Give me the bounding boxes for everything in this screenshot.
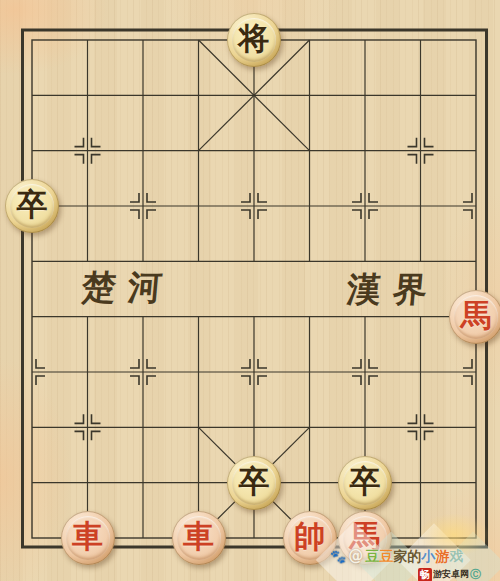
site-logo-badge: 畅	[418, 568, 432, 581]
watermark-row-2: 畅 游安卓网 Ⓒ	[418, 567, 498, 581]
piece-face: 将	[232, 18, 276, 62]
watermark-character: 小	[421, 548, 435, 564]
piece-face: 帥	[288, 516, 332, 560]
piece-character: 帥	[294, 521, 325, 552]
copyright-icon: Ⓒ	[470, 567, 481, 581]
watermark-colorful-text: 豆豆家的小游戏	[365, 546, 463, 566]
watermark-character: 的	[407, 548, 421, 564]
piece-black-soldier[interactable]: 卒	[227, 456, 281, 510]
watermark-row-1: 🐾 @ 豆豆家的小游戏	[330, 546, 498, 566]
piece-character: 馬	[461, 300, 492, 331]
piece-red-general[interactable]: 帥	[283, 511, 337, 565]
xiangqi-board-scene: 楚河 漢界 将卒馬卒卒車車帥馬 🐾 @ 豆豆家的小游戏 畅 游安卓网 Ⓒ	[0, 0, 500, 581]
piece-character: 卒	[350, 466, 381, 497]
piece-red-chariot[interactable]: 車	[172, 511, 226, 565]
piece-red-chariot[interactable]: 車	[61, 511, 115, 565]
piece-red-horse[interactable]: 馬	[449, 290, 500, 344]
watermark-character: 戏	[449, 548, 463, 564]
watermark: 🐾 @ 豆豆家的小游戏 畅 游安卓网 Ⓒ	[330, 546, 498, 581]
piece-black-soldier[interactable]: 卒	[338, 456, 392, 510]
piece-character: 車	[72, 521, 103, 552]
piece-face: 卒	[232, 461, 276, 505]
piece-face: 卒	[10, 184, 54, 228]
watermark-character: 豆	[365, 548, 379, 564]
piece-black-general[interactable]: 将	[227, 13, 281, 67]
piece-character: 卒	[17, 189, 48, 220]
piece-face: 車	[66, 516, 110, 560]
piece-character: 卒	[239, 466, 270, 497]
paw-icon: 🐾	[330, 549, 346, 564]
pieces-layer: 将卒馬卒卒車車帥馬	[4, 12, 500, 565]
piece-face: 車	[177, 516, 221, 560]
site-name-text: 游安卓网	[433, 568, 469, 581]
piece-face: 卒	[343, 461, 387, 505]
watermark-character: 游	[435, 548, 449, 564]
piece-black-soldier[interactable]: 卒	[5, 179, 59, 233]
piece-character: 将	[239, 23, 270, 54]
at-symbol: @	[348, 547, 363, 565]
watermark-character: 豆	[379, 548, 393, 564]
piece-character: 車	[183, 521, 214, 552]
piece-face: 馬	[454, 295, 498, 339]
watermark-character: 家	[393, 548, 407, 564]
